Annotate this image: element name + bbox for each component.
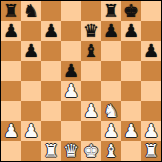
square-a7[interactable]: ♟ xyxy=(1,21,21,41)
square-b1[interactable] xyxy=(21,141,41,161)
square-h7[interactable] xyxy=(141,21,161,41)
square-f7[interactable]: ♟ xyxy=(101,21,121,41)
black-knight-icon: ♞ xyxy=(23,1,39,21)
square-c3[interactable] xyxy=(41,101,61,121)
square-a6[interactable] xyxy=(1,41,21,61)
square-b3[interactable] xyxy=(21,101,41,121)
square-a3[interactable] xyxy=(1,101,21,121)
square-a1[interactable] xyxy=(1,141,21,161)
white-rook-icon: ♜ xyxy=(43,141,59,161)
white-pawn-icon: ♟ xyxy=(63,81,79,101)
white-king-icon: ♚ xyxy=(83,141,99,161)
square-h8[interactable] xyxy=(141,1,161,21)
square-e7[interactable]: ♛ xyxy=(81,21,101,41)
square-c4[interactable] xyxy=(41,81,61,101)
white-rook-icon: ♜ xyxy=(143,141,159,161)
white-pawn-icon: ♟ xyxy=(123,121,139,141)
square-h3[interactable] xyxy=(141,101,161,121)
square-h2[interactable]: ♟ xyxy=(141,121,161,141)
square-e2[interactable] xyxy=(81,121,101,141)
square-g1[interactable] xyxy=(121,141,141,161)
square-d8[interactable] xyxy=(61,1,81,21)
black-pawn-icon: ♟ xyxy=(43,21,59,41)
square-c7[interactable]: ♟ xyxy=(41,21,61,41)
square-e5[interactable] xyxy=(81,61,101,81)
white-pawn-icon: ♟ xyxy=(143,121,159,141)
square-a8[interactable]: ♜ xyxy=(1,1,21,21)
black-pawn-icon: ♟ xyxy=(123,21,139,41)
square-g8[interactable]: ♚ xyxy=(121,1,141,21)
white-queen-icon: ♛ xyxy=(63,141,79,161)
black-rook-icon: ♜ xyxy=(103,1,119,21)
square-a2[interactable]: ♟ xyxy=(1,121,21,141)
square-c1[interactable]: ♜ xyxy=(41,141,61,161)
square-e6[interactable]: ♝ xyxy=(81,41,101,61)
square-g5[interactable] xyxy=(121,61,141,81)
white-pawn-icon: ♟ xyxy=(83,101,99,121)
square-e8[interactable] xyxy=(81,1,101,21)
square-d3[interactable] xyxy=(61,101,81,121)
square-d2[interactable] xyxy=(61,121,81,141)
square-b8[interactable]: ♞ xyxy=(21,1,41,21)
square-g3[interactable] xyxy=(121,101,141,121)
square-f4[interactable] xyxy=(101,81,121,101)
square-d6[interactable] xyxy=(61,41,81,61)
square-h4[interactable] xyxy=(141,81,161,101)
square-g6[interactable] xyxy=(121,41,141,61)
black-pawn-icon: ♟ xyxy=(3,21,19,41)
square-b2[interactable]: ♟ xyxy=(21,121,41,141)
square-f1[interactable]: ♝ xyxy=(101,141,121,161)
square-h1[interactable]: ♜ xyxy=(141,141,161,161)
black-pawn-icon: ♟ xyxy=(23,41,39,61)
square-g2[interactable]: ♟ xyxy=(121,121,141,141)
white-knight-icon: ♞ xyxy=(103,101,119,121)
square-e3[interactable]: ♟ xyxy=(81,101,101,121)
black-pawn-icon: ♟ xyxy=(63,61,79,81)
black-pawn-icon: ♟ xyxy=(103,21,119,41)
square-b7[interactable] xyxy=(21,21,41,41)
square-d1[interactable]: ♛ xyxy=(61,141,81,161)
square-f5[interactable] xyxy=(101,61,121,81)
square-f6[interactable] xyxy=(101,41,121,61)
square-b5[interactable] xyxy=(21,61,41,81)
white-pawn-icon: ♟ xyxy=(3,121,19,141)
square-d4[interactable]: ♟ xyxy=(61,81,81,101)
chess-board: ♜♞♜♚♟♟♛♟♟♟♝♟♟♟♟♞♟♟♟♟♟♜♛♚♝♜ xyxy=(1,1,161,161)
black-king-icon: ♚ xyxy=(123,1,139,21)
black-rook-icon: ♜ xyxy=(3,1,19,21)
square-f8[interactable]: ♜ xyxy=(101,1,121,21)
square-a4[interactable] xyxy=(1,81,21,101)
square-g7[interactable]: ♟ xyxy=(121,21,141,41)
square-b4[interactable] xyxy=(21,81,41,101)
square-e4[interactable] xyxy=(81,81,101,101)
chess-board-frame: ♜♞♜♚♟♟♛♟♟♟♝♟♟♟♟♞♟♟♟♟♟♜♛♚♝♜ xyxy=(0,0,162,162)
square-b6[interactable]: ♟ xyxy=(21,41,41,61)
square-f2[interactable]: ♟ xyxy=(101,121,121,141)
white-bishop-icon: ♝ xyxy=(103,141,119,161)
square-h6[interactable]: ♟ xyxy=(141,41,161,61)
square-c8[interactable] xyxy=(41,1,61,21)
square-d5[interactable]: ♟ xyxy=(61,61,81,81)
black-bishop-icon: ♝ xyxy=(83,41,99,61)
square-a5[interactable] xyxy=(1,61,21,81)
square-f3[interactable]: ♞ xyxy=(101,101,121,121)
white-pawn-icon: ♟ xyxy=(103,121,119,141)
white-pawn-icon: ♟ xyxy=(23,121,39,141)
black-pawn-icon: ♟ xyxy=(143,41,159,61)
black-queen-icon: ♛ xyxy=(83,21,99,41)
square-g4[interactable] xyxy=(121,81,141,101)
square-d7[interactable] xyxy=(61,21,81,41)
square-e1[interactable]: ♚ xyxy=(81,141,101,161)
square-h5[interactable] xyxy=(141,61,161,81)
square-c5[interactable] xyxy=(41,61,61,81)
square-c6[interactable] xyxy=(41,41,61,61)
square-c2[interactable] xyxy=(41,121,61,141)
